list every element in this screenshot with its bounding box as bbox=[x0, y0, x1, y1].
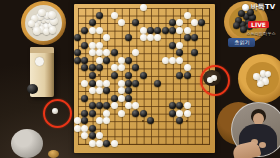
board-stone-white bbox=[184, 110, 191, 117]
board-stone-black bbox=[169, 42, 176, 49]
interpreter-hand bbox=[259, 142, 266, 148]
board-stone-white bbox=[118, 87, 125, 94]
board-stone-black bbox=[162, 27, 169, 34]
board-stone-white bbox=[111, 140, 118, 147]
pile-stone-white bbox=[49, 26, 57, 34]
board-stone-white bbox=[191, 19, 198, 26]
board-stone-white bbox=[140, 4, 147, 11]
board-stone-white bbox=[140, 27, 147, 34]
board-stone-white bbox=[118, 19, 125, 26]
box-cap bbox=[30, 47, 54, 53]
gray-cup bbox=[11, 129, 43, 158]
board-stone-white bbox=[118, 57, 125, 64]
board-stone-white bbox=[111, 102, 118, 109]
board-stone-white bbox=[96, 42, 103, 49]
board-stone-black bbox=[147, 27, 154, 34]
board-stone-black bbox=[81, 110, 88, 117]
board-stone-black bbox=[81, 95, 88, 102]
board-stone-white bbox=[89, 42, 96, 49]
board-stone-black bbox=[125, 95, 132, 102]
board-stone-black bbox=[169, 110, 176, 117]
board-stone-white bbox=[118, 110, 125, 117]
board-stone-white bbox=[89, 87, 96, 94]
board-stone-black bbox=[184, 34, 191, 41]
live-badge: LIVE bbox=[248, 21, 269, 28]
go-board bbox=[74, 4, 215, 153]
board-stone-white bbox=[162, 57, 169, 64]
board-stone-white bbox=[111, 12, 118, 19]
board-stone-black bbox=[111, 72, 118, 79]
small-gold-stone bbox=[48, 150, 59, 158]
board-stone-black bbox=[89, 132, 96, 139]
loose-black-stone bbox=[27, 84, 38, 94]
channel-title: 바둑TV bbox=[251, 2, 275, 12]
board-stone-white bbox=[96, 87, 103, 94]
board-stone-black bbox=[191, 34, 198, 41]
board-stone-black bbox=[81, 27, 88, 34]
board-stone-black bbox=[89, 19, 96, 26]
board-stone-white bbox=[96, 140, 103, 147]
board-stone-black bbox=[169, 19, 176, 26]
board-stone-black bbox=[140, 72, 147, 79]
board-stone-black bbox=[74, 57, 81, 64]
overlay-tag: 초읽기 bbox=[228, 38, 255, 47]
pile-stone-white bbox=[48, 11, 56, 19]
channel-logo: 바둑TV LIVE 스트리밍하우스 bbox=[238, 2, 279, 41]
board-stone-black bbox=[169, 27, 176, 34]
board-stone-white bbox=[184, 27, 191, 34]
board-stone-white bbox=[184, 102, 191, 109]
pile-stone-white bbox=[253, 73, 260, 80]
board-stone-white bbox=[103, 110, 110, 117]
board-stone-white bbox=[96, 57, 103, 64]
board-stone-white bbox=[169, 57, 176, 64]
board-stone-white bbox=[96, 80, 103, 87]
board-stone-black bbox=[154, 27, 161, 34]
board-stone-white bbox=[81, 80, 88, 87]
board-stone-white bbox=[140, 34, 147, 41]
board-stone-black bbox=[89, 64, 96, 71]
board-stone-black bbox=[103, 140, 110, 147]
board-stone-black bbox=[125, 72, 132, 79]
board-stone-black bbox=[111, 49, 118, 56]
board-stone-black bbox=[132, 80, 139, 87]
board-stone-black bbox=[140, 110, 147, 117]
board-stone-white bbox=[103, 80, 110, 87]
star-point bbox=[186, 120, 188, 122]
board-stone-white bbox=[176, 57, 183, 64]
pile-stone-white bbox=[33, 27, 41, 35]
board-stone-white bbox=[176, 110, 183, 117]
board-stone-black bbox=[169, 102, 176, 109]
board-stone-black bbox=[125, 80, 132, 87]
board-stone-black bbox=[103, 57, 110, 64]
board-stone-black bbox=[89, 110, 96, 117]
white-stone-bowl-right bbox=[238, 54, 280, 103]
board-stone-white bbox=[96, 27, 103, 34]
board-stone-white bbox=[176, 27, 183, 34]
board-stone-black bbox=[154, 80, 161, 87]
board-stone-white bbox=[89, 140, 96, 147]
board-stone-black bbox=[89, 102, 96, 109]
board-stone-white bbox=[118, 80, 125, 87]
board-stone-black bbox=[89, 125, 96, 132]
board-stone-black bbox=[125, 57, 132, 64]
star-point bbox=[142, 120, 144, 122]
red-circle-annotation-left bbox=[43, 99, 72, 128]
board-stone-white bbox=[118, 95, 125, 102]
board-stone-black bbox=[89, 72, 96, 79]
white-stone-bowl-top-left bbox=[21, 1, 66, 45]
board-stone-white bbox=[184, 12, 191, 19]
pile-stone-white bbox=[257, 81, 264, 88]
overlay-tag-label: 초읽기 bbox=[234, 39, 249, 46]
board-stone-black bbox=[96, 102, 103, 109]
board-stone-black bbox=[184, 72, 191, 79]
board-stone-white bbox=[176, 42, 183, 49]
board-stone-white bbox=[111, 64, 118, 71]
channel-logo-icon bbox=[242, 4, 249, 11]
board-stone-black bbox=[89, 80, 96, 87]
broadcast-frame: 바둑TV LIVE 스트리밍하우스 초읽기 bbox=[0, 0, 280, 158]
board-stone-white bbox=[74, 125, 81, 132]
box-sticker bbox=[35, 57, 44, 66]
channel-subtitle: 스트리밍하우스 bbox=[246, 31, 271, 37]
board-stone-black bbox=[111, 95, 118, 102]
board-stone-white bbox=[89, 27, 96, 34]
board-stone-white bbox=[89, 49, 96, 56]
board-stone-black bbox=[96, 12, 103, 19]
red-circle-annotation-right bbox=[200, 65, 230, 96]
board-stone-white bbox=[184, 64, 191, 71]
